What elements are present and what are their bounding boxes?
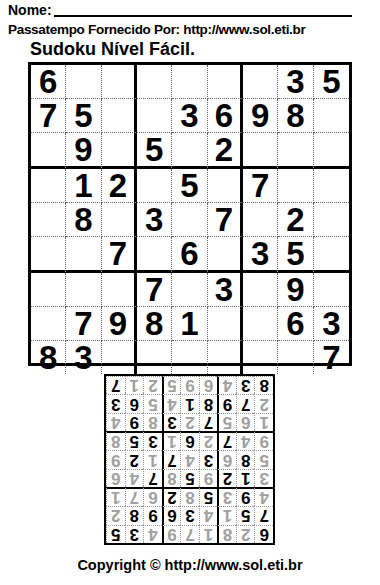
solution-cell: 7 xyxy=(180,525,199,543)
puzzle-cell xyxy=(172,203,207,237)
puzzle-cell xyxy=(137,65,172,99)
solution-cell: 5 xyxy=(143,394,162,412)
puzzle-cell: 7 xyxy=(102,237,137,273)
puzzle-cell xyxy=(102,133,137,169)
puzzle-cell: 7 xyxy=(31,99,66,133)
solution-cell: 2 xyxy=(162,487,181,506)
solution-cell: 1 xyxy=(199,525,218,543)
solution-cell: 5 xyxy=(199,487,218,506)
solution-cell: 2 xyxy=(106,506,125,524)
puzzle-cell xyxy=(208,307,243,341)
solution-cell: 9 xyxy=(106,450,125,468)
solution-cell: 7 xyxy=(217,431,236,450)
puzzle-cell: 9 xyxy=(102,307,137,341)
solution-cell: 6 xyxy=(199,376,218,394)
solution-cell: 3 xyxy=(254,469,273,487)
solution-cell: 4 xyxy=(236,431,255,450)
puzzle-cell xyxy=(137,99,172,133)
solution-cell: 3 xyxy=(125,525,144,543)
puzzle-cell: 6 xyxy=(208,99,243,133)
puzzle-cell xyxy=(208,237,243,273)
puzzle-cell xyxy=(208,65,243,99)
puzzle-cell xyxy=(278,341,313,374)
solution-cell: 6 xyxy=(180,431,199,450)
solution-cell: 8 xyxy=(236,450,255,468)
puzzle-cell: 9 xyxy=(66,133,101,169)
puzzle-cell xyxy=(137,341,172,374)
solution-cell: 3 xyxy=(236,376,255,394)
solution-cell: 6 xyxy=(162,506,181,524)
solution-cell: 1 xyxy=(254,413,273,431)
puzzle-cell xyxy=(172,133,207,169)
solution-cell: 6 xyxy=(217,450,236,468)
solution-cell: 6 xyxy=(106,469,125,487)
puzzle-cell: 7 xyxy=(66,307,101,341)
puzzle-cell xyxy=(208,341,243,374)
solution-cell: 6 xyxy=(236,413,255,431)
solution-cell: 9 xyxy=(217,394,236,412)
solution-cell: 9 xyxy=(236,487,255,506)
puzzle-cell xyxy=(243,65,278,99)
puzzle-cell xyxy=(137,169,172,203)
solution-cell: 2 xyxy=(254,394,273,412)
solution-cell: 3 xyxy=(180,506,199,524)
solution-cell: 4 xyxy=(162,394,181,412)
puzzle-cell: 2 xyxy=(102,169,137,203)
puzzle-cell xyxy=(137,237,172,273)
puzzle-cell xyxy=(314,133,349,169)
solution-cell: 9 xyxy=(162,525,181,543)
solution-cell: 4 xyxy=(143,525,162,543)
puzzle-cell: 6 xyxy=(31,65,66,99)
puzzle-cell: 8 xyxy=(137,307,172,341)
solution-cell: 5 xyxy=(125,431,144,450)
solution-cell: 5 xyxy=(180,469,199,487)
page-title: Sudoku Nível Fácil. xyxy=(30,40,195,58)
solution-cell: 5 xyxy=(106,525,125,543)
puzzle-cell: 5 xyxy=(66,99,101,133)
puzzle-cell xyxy=(102,273,137,307)
solution-cell: 1 xyxy=(125,376,144,394)
puzzle-cell: 3 xyxy=(278,65,313,99)
copyright-text: Copyright © http://www.sol.eti.br xyxy=(0,557,380,574)
solution-cell: 8 xyxy=(199,394,218,412)
name-row: Nome: xyxy=(8,2,352,19)
solution-cell: 1 xyxy=(143,450,162,468)
puzzle-cell: 6 xyxy=(278,307,313,341)
puzzle-cell xyxy=(243,307,278,341)
solution-cell: 4 xyxy=(217,376,236,394)
name-underline xyxy=(54,14,352,17)
solution-cell: 7 xyxy=(125,487,144,506)
solution-cell: 8 xyxy=(125,506,144,524)
solution-cell: 7 xyxy=(106,376,125,394)
puzzle-cell: 7 xyxy=(314,341,349,374)
puzzle-cell xyxy=(314,169,349,203)
solution-cell: 5 xyxy=(162,376,181,394)
puzzle-cell xyxy=(314,99,349,133)
solution-cell: 9 xyxy=(180,376,199,394)
puzzle-cell xyxy=(314,273,349,307)
solution-cell: 2 xyxy=(217,469,236,487)
puzzle-cell xyxy=(102,99,137,133)
solution-cell: 3 xyxy=(143,431,162,450)
puzzle-cell xyxy=(314,237,349,273)
solution-cell: 4 xyxy=(180,450,199,468)
solution-cell: 1 xyxy=(217,506,236,524)
solution-cell: 3 xyxy=(106,394,125,412)
puzzle-cell: 5 xyxy=(172,169,207,203)
solution-cell: 7 xyxy=(143,469,162,487)
puzzle-cell xyxy=(31,307,66,341)
name-label: Nome: xyxy=(8,2,52,19)
solution-cell: 2 xyxy=(180,413,199,431)
puzzle-cell xyxy=(31,273,66,307)
puzzle-cell: 6 xyxy=(172,237,207,273)
puzzle-cell xyxy=(102,203,137,237)
puzzle-cell xyxy=(278,169,313,203)
puzzle-cell: 7 xyxy=(243,169,278,203)
solution-cell: 1 xyxy=(162,431,181,450)
puzzle-cell xyxy=(243,133,278,169)
solution-cell: 8 xyxy=(254,376,273,394)
puzzle-cell: 8 xyxy=(66,203,101,237)
sudoku-worksheet-page: Nome: Passatempo Fornecido Por: http://w… xyxy=(0,0,380,585)
provided-by-text: Passatempo Fornecido Por: http://www.sol… xyxy=(8,22,380,38)
solution-cell: 9 xyxy=(143,506,162,524)
solution-cell: 4 xyxy=(254,487,273,506)
solution-cell: 7 xyxy=(236,394,255,412)
solution-cell: 6 xyxy=(143,487,162,506)
solution-cell: 2 xyxy=(236,525,255,543)
puzzle-cell xyxy=(31,169,66,203)
puzzle-cell xyxy=(243,273,278,307)
puzzle-cell: 9 xyxy=(243,99,278,133)
solution-cell: 5 xyxy=(254,450,273,468)
solution-cell: 8 xyxy=(143,413,162,431)
puzzle-cell: 8 xyxy=(31,341,66,374)
puzzle-cell xyxy=(66,273,101,307)
solution-cell: 8 xyxy=(180,487,199,506)
solution-cell: 1 xyxy=(180,394,199,412)
puzzle-cell xyxy=(314,203,349,237)
solution-cell: 8 xyxy=(162,469,181,487)
solution-cell: 3 xyxy=(162,413,181,431)
puzzle-cell xyxy=(243,341,278,374)
solution-cell: 5 xyxy=(236,506,255,524)
sudoku-solution-board: 6281794357514369824935826713129587465863… xyxy=(104,374,275,545)
puzzle-cell xyxy=(208,169,243,203)
solution-cell: 8 xyxy=(106,431,125,450)
solution-cell: 4 xyxy=(199,506,218,524)
solution-cell: 2 xyxy=(125,450,144,468)
puzzle-cell xyxy=(66,65,101,99)
puzzle-cell xyxy=(31,237,66,273)
solution-cell: 5 xyxy=(217,413,236,431)
solution-cell: 3 xyxy=(217,487,236,506)
solution-cell: 6 xyxy=(254,525,273,543)
puzzle-cell xyxy=(172,273,207,307)
puzzle-cell: 7 xyxy=(137,273,172,307)
puzzle-cell: 3 xyxy=(66,341,101,374)
puzzle-cell xyxy=(102,65,137,99)
sudoku-puzzle-board: 635753698952125783727635739798163837 xyxy=(28,62,352,366)
solution-cell: 6 xyxy=(125,394,144,412)
solution-cell: 8 xyxy=(217,525,236,543)
puzzle-cell: 5 xyxy=(314,65,349,99)
puzzle-cell: 2 xyxy=(278,203,313,237)
puzzle-cell: 7 xyxy=(208,203,243,237)
puzzle-cell xyxy=(102,341,137,374)
solution-cell: 2 xyxy=(199,431,218,450)
puzzle-cell: 3 xyxy=(314,307,349,341)
solution-cell: 2 xyxy=(143,376,162,394)
puzzle-cell: 1 xyxy=(66,169,101,203)
solution-cell: 9 xyxy=(199,469,218,487)
puzzle-cell xyxy=(66,237,101,273)
puzzle-cell: 3 xyxy=(243,237,278,273)
puzzle-cell xyxy=(243,203,278,237)
puzzle-cell: 1 xyxy=(172,307,207,341)
solution-cell: 9 xyxy=(125,413,144,431)
puzzle-cell xyxy=(172,65,207,99)
puzzle-cell: 5 xyxy=(137,133,172,169)
puzzle-cell: 9 xyxy=(278,273,313,307)
puzzle-cell: 3 xyxy=(137,203,172,237)
puzzle-cell: 3 xyxy=(208,273,243,307)
solution-cell: 1 xyxy=(236,469,255,487)
solution-cell: 7 xyxy=(254,506,273,524)
puzzle-cell xyxy=(278,133,313,169)
puzzle-cell: 5 xyxy=(278,237,313,273)
puzzle-cell xyxy=(31,133,66,169)
solution-cell: 4 xyxy=(106,413,125,431)
puzzle-cell: 8 xyxy=(278,99,313,133)
puzzle-cell xyxy=(172,341,207,374)
solution-cell: 3 xyxy=(199,450,218,468)
solution-cell: 4 xyxy=(125,469,144,487)
puzzle-cell: 2 xyxy=(208,133,243,169)
solution-cell: 1 xyxy=(106,487,125,506)
puzzle-cell xyxy=(31,203,66,237)
solution-cell: 9 xyxy=(254,431,273,450)
solution-cell: 7 xyxy=(199,413,218,431)
solution-cell: 7 xyxy=(162,450,181,468)
puzzle-cell: 3 xyxy=(172,99,207,133)
